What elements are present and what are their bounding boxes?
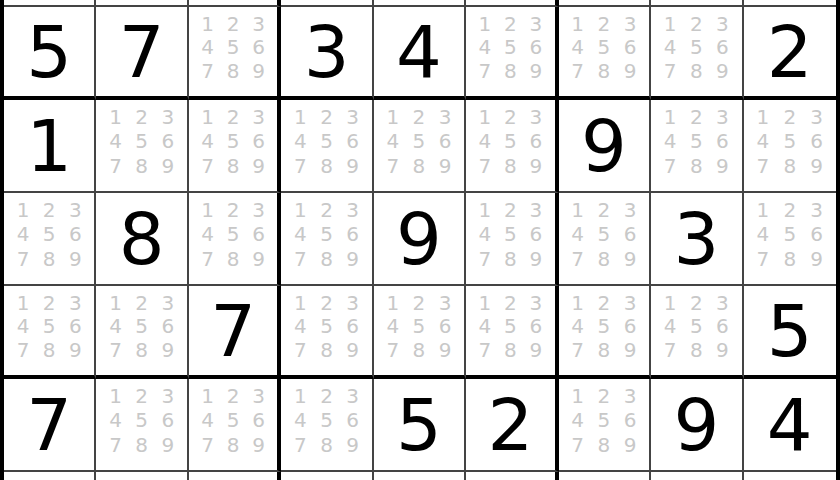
cell-r8c4[interactable]: [281, 472, 373, 480]
pencil-mark-digit: 9: [803, 154, 830, 178]
cell-r4c3[interactable]: 123456789: [189, 100, 281, 193]
pencil-marks: 123456789: [466, 286, 554, 375]
cell-r8c9[interactable]: [744, 472, 836, 480]
pencil-mark-digit: 2: [220, 198, 245, 222]
cell-r8c7[interactable]: [559, 472, 651, 480]
pencil-mark-digit: 1: [10, 198, 36, 222]
pencil-mark-digit: 9: [523, 154, 548, 178]
pencil-mark-digit: 3: [155, 384, 181, 408]
pencil-mark-digit: 3: [617, 198, 643, 222]
pencil-marks: 123456789: [96, 100, 186, 191]
pencil-mark-digit: 5: [683, 315, 709, 339]
pencil-mark-digit: 4: [195, 36, 220, 60]
pencil-mark-digit: 6: [709, 129, 735, 153]
pencil-mark-digit: 8: [313, 433, 339, 457]
pencil-mark-digit: 8: [591, 247, 617, 271]
pencil-mark-digit: 6: [523, 315, 548, 339]
pencil-mark-digit: 2: [498, 105, 523, 129]
pencil-mark-digit: 7: [565, 338, 591, 362]
pencil-mark-digit: 1: [750, 105, 777, 129]
pencil-mark-digit: 6: [617, 36, 643, 60]
pencil-mark-digit: 6: [432, 129, 458, 153]
pencil-mark-digit: 9: [709, 59, 735, 83]
cell-r7c6[interactable]: 2: [466, 379, 558, 472]
pencil-mark-digit: 8: [313, 338, 339, 362]
cell-r6c1[interactable]: 123456789: [4, 286, 96, 379]
pencil-mark-digit: 4: [472, 315, 497, 339]
pencil-mark-digit: 7: [287, 338, 313, 362]
cell-r6c4[interactable]: 123456789: [281, 286, 373, 379]
cell-r2c7[interactable]: [559, 0, 651, 7]
pencil-mark-digit: 4: [472, 36, 497, 60]
given-digit: 5: [26, 16, 72, 88]
pencil-mark-digit: 6: [340, 315, 366, 339]
pencil-mark-digit: 8: [498, 247, 523, 271]
cell-r5c3[interactable]: 123456789: [189, 193, 281, 286]
pencil-mark-digit: 4: [380, 315, 406, 339]
pencil-mark-digit: 5: [313, 222, 339, 246]
pencil-mark-digit: 1: [287, 198, 313, 222]
pencil-mark-digit: 3: [432, 105, 458, 129]
pencil-mark-digit: 3: [62, 291, 88, 315]
cell-r6c7[interactable]: 123456789: [559, 286, 651, 379]
pencil-mark-digit: 3: [246, 198, 271, 222]
pencil-mark-digit: 3: [617, 384, 643, 408]
cell-r4c2[interactable]: 123456789: [96, 100, 188, 193]
pencil-mark-digit: 3: [340, 291, 366, 315]
pencil-marks: 123456789: [281, 286, 371, 375]
pencil-mark-digit: 4: [750, 129, 777, 153]
pencil-mark-digit: 3: [709, 291, 735, 315]
pencil-marks: 123456789: [466, 193, 554, 284]
cell-r6c5[interactable]: 123456789: [374, 286, 466, 379]
pencil-mark-digit: 4: [10, 315, 36, 339]
pencil-mark-digit: 3: [803, 198, 830, 222]
pencil-mark-digit: 9: [432, 338, 458, 362]
pencil-mark-digit: 5: [591, 408, 617, 432]
pencil-mark-digit: 4: [195, 129, 220, 153]
pencil-mark-digit: 3: [523, 198, 548, 222]
pencil-marks: 123456789: [651, 7, 741, 96]
pencil-mark-digit: 1: [287, 384, 313, 408]
pencil-marks: 123456789: [96, 379, 186, 470]
pencil-mark-digit: 2: [591, 291, 617, 315]
pencil-mark-digit: 2: [36, 291, 62, 315]
pencil-mark-digit: 7: [195, 247, 220, 271]
pencil-mark-digit: 6: [803, 222, 830, 246]
pencil-marks: 123456789: [189, 7, 277, 96]
cell-r8c2[interactable]: [96, 472, 188, 480]
pencil-mark-digit: 7: [657, 59, 683, 83]
pencil-mark-digit: 3: [340, 198, 366, 222]
cell-r7c4[interactable]: 123456789: [281, 379, 373, 472]
pencil-mark-digit: 3: [803, 105, 830, 129]
pencil-mark-digit: 1: [565, 384, 591, 408]
pencil-mark-digit: 8: [406, 154, 432, 178]
pencil-mark-digit: 5: [220, 222, 245, 246]
pencil-mark-digit: 3: [155, 291, 181, 315]
pencil-mark-digit: 2: [683, 105, 709, 129]
cell-r5c2[interactable]: 8: [96, 193, 188, 286]
pencil-mark-digit: 7: [102, 338, 128, 362]
pencil-mark-digit: 4: [380, 129, 406, 153]
cell-r6c6[interactable]: 123456789: [466, 286, 558, 379]
pencil-marks: 123456789: [651, 286, 741, 375]
pencil-mark-digit: 7: [472, 59, 497, 83]
pencil-mark-digit: 3: [432, 291, 458, 315]
cell-r7c8[interactable]: 9: [651, 379, 743, 472]
pencil-mark-digit: 8: [591, 433, 617, 457]
pencil-mark-digit: 9: [62, 338, 88, 362]
pencil-marks: 123456789: [281, 193, 371, 284]
pencil-mark-digit: 2: [220, 12, 245, 36]
cell-r8c8[interactable]: [651, 472, 743, 480]
pencil-mark-digit: 7: [10, 247, 36, 271]
cell-r7c1[interactable]: 7: [4, 379, 96, 472]
pencil-mark-digit: 7: [472, 338, 497, 362]
pencil-mark-digit: 1: [195, 198, 220, 222]
given-digit: 9: [396, 203, 442, 275]
pencil-marks: 123456789: [559, 379, 649, 470]
pencil-mark-digit: 4: [102, 315, 128, 339]
pencil-mark-digit: 1: [657, 291, 683, 315]
given-digit: 3: [673, 203, 719, 275]
pencil-mark-digit: 6: [340, 408, 366, 432]
pencil-mark-digit: 7: [472, 247, 497, 271]
pencil-mark-digit: 9: [155, 433, 181, 457]
cell-r4c8[interactable]: 123456789: [651, 100, 743, 193]
pencil-mark-digit: 6: [62, 222, 88, 246]
cell-r3c1[interactable]: 5: [4, 7, 96, 100]
pencil-mark-digit: 1: [472, 105, 497, 129]
pencil-mark-digit: 9: [155, 338, 181, 362]
pencil-mark-digit: 6: [340, 129, 366, 153]
pencil-mark-digit: 7: [287, 247, 313, 271]
pencil-mark-digit: 8: [36, 338, 62, 362]
pencil-mark-digit: 6: [709, 36, 735, 60]
pencil-mark-digit: 1: [380, 105, 406, 129]
pencil-mark-digit: 6: [709, 315, 735, 339]
pencil-mark-digit: 7: [750, 247, 777, 271]
cell-r3c5[interactable]: 4: [374, 7, 466, 100]
pencil-mark-digit: 9: [523, 59, 548, 83]
pencil-marks: 123456789: [4, 286, 94, 375]
pencil-marks: 123456789: [744, 193, 836, 284]
pencil-mark-digit: 2: [406, 291, 432, 315]
pencil-mark-digit: 2: [129, 291, 155, 315]
pencil-marks: 123456789: [466, 100, 554, 191]
pencil-mark-digit: 5: [498, 36, 523, 60]
pencil-mark-digit: 7: [195, 154, 220, 178]
cell-r4c7[interactable]: 9: [559, 100, 651, 193]
pencil-mark-digit: 8: [220, 59, 245, 83]
pencil-mark-digit: 3: [246, 105, 271, 129]
pencil-mark-digit: 4: [287, 129, 313, 153]
pencil-mark-digit: 8: [683, 59, 709, 83]
pencil-mark-digit: 9: [340, 433, 366, 457]
pencil-mark-digit: 2: [313, 384, 339, 408]
pencil-mark-digit: 9: [709, 338, 735, 362]
pencil-mark-digit: 4: [102, 129, 128, 153]
cell-r8c5[interactable]: [374, 472, 466, 480]
pencil-mark-digit: 4: [195, 222, 220, 246]
pencil-mark-digit: 5: [36, 315, 62, 339]
pencil-mark-digit: 8: [498, 59, 523, 83]
pencil-mark-digit: 7: [195, 59, 220, 83]
pencil-mark-digit: 7: [102, 154, 128, 178]
pencil-mark-digit: 8: [129, 433, 155, 457]
cell-r4c5[interactable]: 123456789: [374, 100, 466, 193]
given-digit: 5: [767, 295, 813, 367]
given-digit: 2: [767, 16, 813, 88]
pencil-mark-digit: 6: [803, 129, 830, 153]
cell-r7c2[interactable]: 123456789: [96, 379, 188, 472]
pencil-mark-digit: 9: [246, 154, 271, 178]
pencil-marks: 123456789: [4, 193, 94, 284]
pencil-mark-digit: 2: [313, 291, 339, 315]
pencil-mark-digit: 7: [750, 154, 777, 178]
pencil-mark-digit: 9: [523, 247, 548, 271]
pencil-mark-digit: 4: [287, 408, 313, 432]
pencil-mark-digit: 7: [565, 433, 591, 457]
pencil-mark-digit: 6: [523, 222, 548, 246]
cell-r7c5[interactable]: 5: [374, 379, 466, 472]
cell-r3c8[interactable]: 123456789: [651, 7, 743, 100]
pencil-mark-digit: 2: [36, 198, 62, 222]
pencil-mark-digit: 2: [591, 198, 617, 222]
cell-r3c7[interactable]: 123456789: [559, 7, 651, 100]
pencil-mark-digit: 6: [246, 129, 271, 153]
pencil-mark-digit: 5: [498, 315, 523, 339]
pencil-mark-digit: 1: [472, 198, 497, 222]
cell-r8c6[interactable]: [466, 472, 558, 480]
cell-r6c3[interactable]: 7: [189, 286, 281, 379]
pencil-mark-digit: 4: [102, 408, 128, 432]
pencil-mark-digit: 4: [287, 315, 313, 339]
cell-r2c2[interactable]: [96, 0, 188, 7]
pencil-mark-digit: 1: [380, 291, 406, 315]
pencil-mark-digit: 1: [472, 291, 497, 315]
pencil-mark-digit: 7: [472, 154, 497, 178]
given-digit: 9: [581, 110, 627, 182]
pencil-mark-digit: 2: [129, 105, 155, 129]
cell-r6c8[interactable]: 123456789: [651, 286, 743, 379]
pencil-mark-digit: 6: [246, 408, 271, 432]
given-digit: 9: [673, 389, 719, 461]
pencil-mark-digit: 4: [750, 222, 777, 246]
cell-r3c2[interactable]: 7: [96, 7, 188, 100]
pencil-mark-digit: 7: [195, 433, 220, 457]
pencil-mark-digit: 6: [523, 129, 548, 153]
cell-r2c4[interactable]: [281, 0, 373, 7]
cell-r5c5[interactable]: 9: [374, 193, 466, 286]
cell-r5c4[interactable]: 123456789: [281, 193, 373, 286]
pencil-mark-digit: 1: [102, 291, 128, 315]
pencil-mark-digit: 3: [340, 105, 366, 129]
cell-r5c7[interactable]: 123456789: [559, 193, 651, 286]
pencil-mark-digit: 4: [565, 408, 591, 432]
pencil-mark-digit: 1: [287, 291, 313, 315]
cell-r2c1[interactable]: [4, 0, 96, 7]
pencil-mark-digit: 9: [340, 247, 366, 271]
pencil-mark-digit: 7: [380, 154, 406, 178]
pencil-marks: 123456789: [559, 286, 649, 375]
sudoku-board: 5712345678934123456789123456789123456789…: [0, 0, 840, 480]
cell-r3c3[interactable]: 123456789: [189, 7, 281, 100]
pencil-mark-digit: 2: [591, 12, 617, 36]
pencil-mark-digit: 4: [565, 222, 591, 246]
cell-r4c6[interactable]: 123456789: [466, 100, 558, 193]
pencil-mark-digit: 1: [102, 384, 128, 408]
pencil-mark-digit: 8: [776, 154, 803, 178]
pencil-mark-digit: 4: [10, 222, 36, 246]
cell-r4c1[interactable]: 1: [4, 100, 96, 193]
given-digit: 1: [26, 110, 72, 182]
pencil-mark-digit: 2: [776, 105, 803, 129]
pencil-mark-digit: 4: [657, 36, 683, 60]
pencil-mark-digit: 4: [657, 315, 683, 339]
cell-r8c3[interactable]: [189, 472, 281, 480]
pencil-mark-digit: 1: [102, 105, 128, 129]
pencil-mark-digit: 9: [617, 433, 643, 457]
pencil-mark-digit: 5: [220, 408, 245, 432]
pencil-mark-digit: 9: [62, 247, 88, 271]
pencil-mark-digit: 6: [62, 315, 88, 339]
pencil-mark-digit: 6: [617, 408, 643, 432]
pencil-mark-digit: 5: [313, 315, 339, 339]
pencil-mark-digit: 4: [565, 36, 591, 60]
pencil-mark-digit: 7: [102, 433, 128, 457]
pencil-marks: 123456789: [559, 193, 649, 284]
pencil-marks: 123456789: [189, 193, 277, 284]
cell-r5c6[interactable]: 123456789: [466, 193, 558, 286]
pencil-mark-digit: 5: [129, 408, 155, 432]
pencil-mark-digit: 3: [523, 12, 548, 36]
cell-r2c9[interactable]: [744, 0, 836, 7]
cell-r7c3[interactable]: 123456789: [189, 379, 281, 472]
cell-r2c6[interactable]: [466, 0, 558, 7]
given-digit: 7: [119, 16, 165, 88]
pencil-mark-digit: 9: [523, 338, 548, 362]
pencil-mark-digit: 6: [155, 408, 181, 432]
pencil-mark-digit: 9: [432, 154, 458, 178]
pencil-mark-digit: 1: [10, 291, 36, 315]
pencil-mark-digit: 2: [591, 384, 617, 408]
pencil-mark-digit: 3: [617, 291, 643, 315]
pencil-marks: 123456789: [189, 379, 277, 470]
pencil-mark-digit: 1: [565, 291, 591, 315]
pencil-mark-digit: 6: [523, 36, 548, 60]
pencil-mark-digit: 2: [406, 105, 432, 129]
pencil-mark-digit: 8: [36, 247, 62, 271]
pencil-mark-digit: 5: [129, 315, 155, 339]
sudoku-viewport: 5712345678934123456789123456789123456789…: [0, 0, 840, 480]
pencil-mark-digit: 5: [591, 36, 617, 60]
pencil-mark-digit: 3: [246, 12, 271, 36]
cell-r4c9[interactable]: 123456789: [744, 100, 836, 193]
pencil-mark-digit: 7: [657, 154, 683, 178]
pencil-mark-digit: 5: [776, 222, 803, 246]
pencil-mark-digit: 9: [246, 247, 271, 271]
pencil-mark-digit: 6: [617, 315, 643, 339]
cell-r8c1[interactable]: [4, 472, 96, 480]
pencil-mark-digit: 2: [683, 12, 709, 36]
pencil-mark-digit: 5: [776, 129, 803, 153]
pencil-mark-digit: 2: [220, 105, 245, 129]
cell-r5c1[interactable]: 123456789: [4, 193, 96, 286]
cell-r4c4[interactable]: 123456789: [281, 100, 373, 193]
pencil-mark-digit: 5: [498, 129, 523, 153]
pencil-mark-digit: 2: [220, 384, 245, 408]
pencil-mark-digit: 1: [472, 12, 497, 36]
given-digit: 7: [210, 295, 256, 367]
pencil-mark-digit: 3: [617, 12, 643, 36]
pencil-mark-digit: 5: [313, 129, 339, 153]
pencil-mark-digit: 8: [498, 338, 523, 362]
pencil-mark-digit: 1: [287, 105, 313, 129]
pencil-mark-digit: 5: [313, 408, 339, 432]
pencil-mark-digit: 4: [657, 129, 683, 153]
pencil-mark-digit: 6: [155, 129, 181, 153]
pencil-mark-digit: 9: [340, 154, 366, 178]
cell-r6c9[interactable]: 5: [744, 286, 836, 379]
pencil-mark-digit: 7: [380, 338, 406, 362]
cell-r7c9[interactable]: 4: [744, 379, 836, 472]
cell-r3c4[interactable]: 3: [281, 7, 373, 100]
pencil-mark-digit: 6: [617, 222, 643, 246]
pencil-mark-digit: 9: [340, 338, 366, 362]
pencil-mark-digit: 1: [565, 12, 591, 36]
pencil-mark-digit: 2: [683, 291, 709, 315]
cell-r3c9[interactable]: 2: [744, 7, 836, 100]
pencil-mark-digit: 5: [220, 129, 245, 153]
given-digit: 4: [396, 16, 442, 88]
pencil-mark-digit: 8: [776, 247, 803, 271]
cell-r2c5[interactable]: [374, 0, 466, 7]
pencil-mark-digit: 8: [129, 338, 155, 362]
pencil-mark-digit: 5: [406, 129, 432, 153]
pencil-mark-digit: 3: [709, 12, 735, 36]
pencil-mark-digit: 8: [313, 247, 339, 271]
pencil-mark-digit: 8: [683, 338, 709, 362]
pencil-mark-digit: 1: [195, 384, 220, 408]
pencil-mark-digit: 8: [220, 433, 245, 457]
cell-r7c7[interactable]: 123456789: [559, 379, 651, 472]
pencil-mark-digit: 1: [657, 12, 683, 36]
cell-r6c2[interactable]: 123456789: [96, 286, 188, 379]
cell-r2c3[interactable]: [189, 0, 281, 7]
pencil-mark-digit: 8: [406, 338, 432, 362]
pencil-mark-digit: 3: [709, 105, 735, 129]
pencil-mark-digit: 5: [129, 129, 155, 153]
cell-r5c9[interactable]: 123456789: [744, 193, 836, 286]
pencil-mark-digit: 8: [129, 154, 155, 178]
pencil-mark-digit: 4: [472, 222, 497, 246]
pencil-mark-digit: 9: [246, 433, 271, 457]
pencil-mark-digit: 1: [657, 105, 683, 129]
cell-r2c8[interactable]: [651, 0, 743, 7]
pencil-marks: 123456789: [559, 7, 649, 96]
given-digit: 5: [396, 389, 442, 461]
given-digit: 8: [119, 203, 165, 275]
pencil-marks: 123456789: [189, 100, 277, 191]
pencil-mark-digit: 6: [432, 315, 458, 339]
cell-r3c6[interactable]: 123456789: [466, 7, 558, 100]
given-digit: 7: [26, 389, 72, 461]
cell-r5c8[interactable]: 3: [651, 193, 743, 286]
pencil-mark-digit: 2: [313, 105, 339, 129]
pencil-mark-digit: 4: [472, 129, 497, 153]
